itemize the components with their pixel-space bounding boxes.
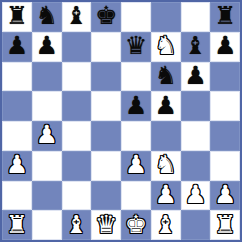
- square-e1[interactable]: ♚: [121, 210, 151, 240]
- black-pawn: ♟: [125, 93, 147, 118]
- square-a5[interactable]: [2, 91, 32, 121]
- square-f7[interactable]: ♞: [151, 32, 181, 62]
- square-a7[interactable]: ♟: [2, 32, 32, 62]
- square-f6[interactable]: ♞: [151, 62, 181, 92]
- square-b8[interactable]: ♞: [32, 2, 62, 32]
- black-pawn: ♟: [154, 93, 176, 118]
- square-b5[interactable]: [32, 91, 62, 121]
- square-e6[interactable]: [121, 62, 151, 92]
- square-h6[interactable]: [210, 62, 240, 92]
- white-rook: ♜: [6, 212, 28, 237]
- black-pawn: ♟: [214, 33, 236, 58]
- square-c7[interactable]: [62, 32, 92, 62]
- white-bishop: ♝: [65, 212, 87, 237]
- square-d4[interactable]: [91, 121, 121, 151]
- square-e8[interactable]: [121, 2, 151, 32]
- square-d6[interactable]: [91, 62, 121, 92]
- white-queen: ♛: [95, 212, 117, 237]
- black-pawn: ♟: [184, 63, 206, 88]
- square-b7[interactable]: ♟: [32, 32, 62, 62]
- square-b1[interactable]: [32, 210, 62, 240]
- black-pawn: ♟: [35, 33, 57, 58]
- square-a4[interactable]: [2, 121, 32, 151]
- white-king: ♚: [125, 212, 147, 237]
- square-h3[interactable]: [210, 151, 240, 181]
- square-c6[interactable]: [62, 62, 92, 92]
- square-b3[interactable]: [32, 151, 62, 181]
- white-pawn: ♟: [184, 182, 206, 207]
- black-pawn: ♟: [6, 33, 28, 58]
- square-c3[interactable]: [62, 151, 92, 181]
- black-queen: ♛: [125, 33, 147, 58]
- square-g3[interactable]: [181, 151, 211, 181]
- square-c1[interactable]: ♝: [62, 210, 92, 240]
- black-king: ♚: [95, 3, 117, 28]
- black-rook: ♜: [6, 3, 28, 28]
- chess-board: ♜♞♝♚♜♟♟♛♞♝♟♞♟♟♟♟♟♟♞♟♟♟♜♝♛♚♝♜: [0, 0, 242, 242]
- square-f1[interactable]: ♝: [151, 210, 181, 240]
- square-h5[interactable]: [210, 91, 240, 121]
- square-f8[interactable]: [151, 2, 181, 32]
- square-b2[interactable]: [32, 181, 62, 211]
- square-e3[interactable]: ♟: [121, 151, 151, 181]
- square-g4[interactable]: [181, 121, 211, 151]
- square-c4[interactable]: [62, 121, 92, 151]
- square-d8[interactable]: ♚: [91, 2, 121, 32]
- square-d2[interactable]: [91, 181, 121, 211]
- black-bishop: ♝: [65, 3, 87, 28]
- white-knight: ♞: [154, 33, 176, 58]
- square-b6[interactable]: [32, 62, 62, 92]
- square-a1[interactable]: ♜: [2, 210, 32, 240]
- square-d5[interactable]: [91, 91, 121, 121]
- white-rook: ♜: [214, 212, 236, 237]
- square-a6[interactable]: [2, 62, 32, 92]
- square-g8[interactable]: [181, 2, 211, 32]
- square-g1[interactable]: [181, 210, 211, 240]
- square-e7[interactable]: ♛: [121, 32, 151, 62]
- square-h1[interactable]: ♜: [210, 210, 240, 240]
- square-e2[interactable]: [121, 181, 151, 211]
- square-e4[interactable]: [121, 121, 151, 151]
- square-b4[interactable]: ♟: [32, 121, 62, 151]
- square-h2[interactable]: ♟: [210, 181, 240, 211]
- square-g7[interactable]: ♝: [181, 32, 211, 62]
- square-d3[interactable]: [91, 151, 121, 181]
- square-f4[interactable]: [151, 121, 181, 151]
- square-h7[interactable]: ♟: [210, 32, 240, 62]
- white-bishop: ♝: [154, 212, 176, 237]
- square-c5[interactable]: [62, 91, 92, 121]
- square-g2[interactable]: ♟: [181, 181, 211, 211]
- black-bishop: ♝: [184, 33, 206, 58]
- black-rook: ♜: [214, 3, 236, 28]
- white-pawn: ♟: [214, 182, 236, 207]
- square-d7[interactable]: [91, 32, 121, 62]
- white-pawn: ♟: [35, 122, 57, 147]
- square-e5[interactable]: ♟: [121, 91, 151, 121]
- square-a8[interactable]: ♜: [2, 2, 32, 32]
- square-d1[interactable]: ♛: [91, 210, 121, 240]
- square-f2[interactable]: ♟: [151, 181, 181, 211]
- white-pawn: ♟: [125, 152, 147, 177]
- square-h4[interactable]: [210, 121, 240, 151]
- square-h8[interactable]: ♜: [210, 2, 240, 32]
- white-pawn: ♟: [154, 182, 176, 207]
- square-f5[interactable]: ♟: [151, 91, 181, 121]
- square-g6[interactable]: ♟: [181, 62, 211, 92]
- square-c2[interactable]: [62, 181, 92, 211]
- white-knight: ♞: [154, 152, 176, 177]
- square-f3[interactable]: ♞: [151, 151, 181, 181]
- square-g5[interactable]: [181, 91, 211, 121]
- square-c8[interactable]: ♝: [62, 2, 92, 32]
- square-a2[interactable]: [2, 181, 32, 211]
- square-a3[interactable]: ♟: [2, 151, 32, 181]
- black-knight: ♞: [35, 3, 57, 28]
- white-pawn: ♟: [6, 152, 28, 177]
- black-knight: ♞: [154, 63, 176, 88]
